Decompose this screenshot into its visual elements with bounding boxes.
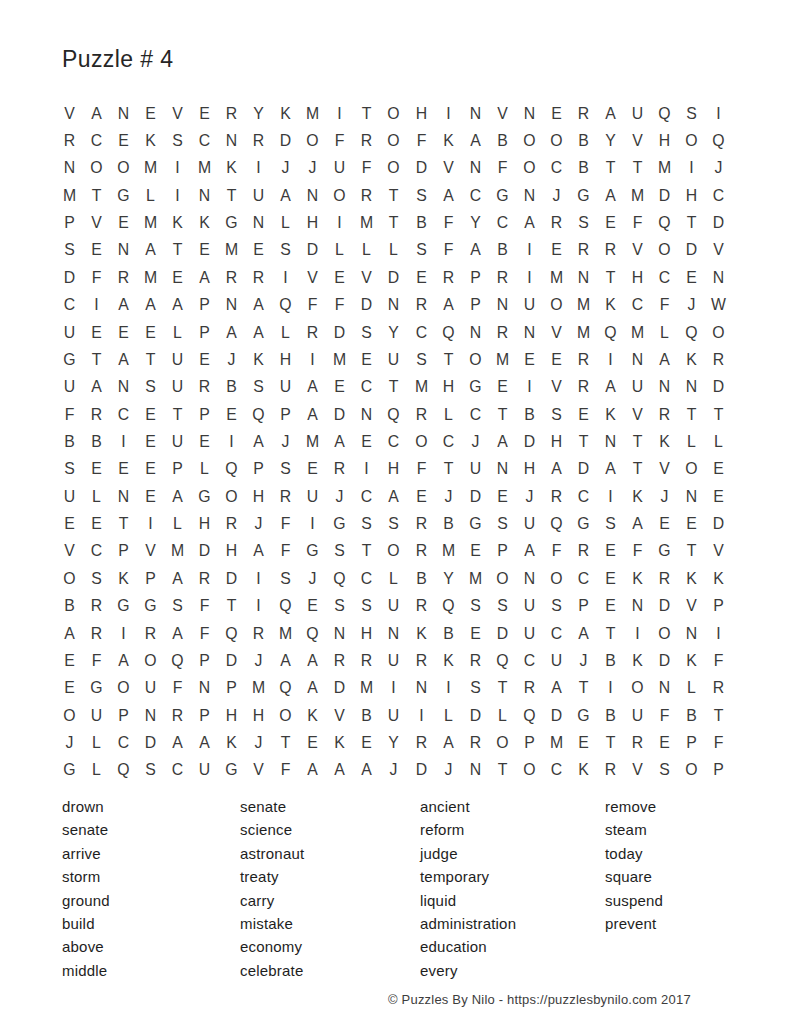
grid-cell-r12c20: E	[571, 401, 596, 428]
grid-cell-r15c20: C	[571, 483, 596, 510]
grid-cell-r20c12: H	[354, 620, 379, 647]
grid-cell-r25c13: J	[381, 757, 406, 784]
grid-cell-r20c6: F	[192, 620, 217, 647]
grid-cell-r17c11: S	[327, 538, 352, 565]
grid-cell-r4c21: A	[598, 182, 623, 209]
grid-cell-r7c1: D	[57, 264, 82, 291]
grid-cell-r24c1: J	[57, 729, 82, 756]
grid-cell-r1c6: E	[192, 100, 217, 127]
grid-cell-r14c5: P	[165, 456, 190, 483]
grid-cell-r1c7: R	[219, 100, 244, 127]
grid-cell-r20c2: R	[84, 620, 109, 647]
grid-cell-r6c1: S	[57, 237, 82, 264]
grid-cell-r24c8: J	[246, 729, 271, 756]
grid-cell-r20c4: R	[138, 620, 163, 647]
grid-cell-r1c17: V	[490, 100, 515, 127]
grid-cell-r6c6: E	[192, 237, 217, 264]
grid-cell-r7c17: R	[490, 264, 515, 291]
word-item: liquid	[420, 889, 605, 912]
grid-cell-r12c14: R	[408, 401, 433, 428]
grid-cell-r22c3: O	[111, 675, 136, 702]
word-list: drownsenatearrivestormgroundbuildabovemi…	[62, 795, 751, 982]
grid-cell-r21c21: B	[598, 647, 623, 674]
grid-cell-r17c23: G	[652, 538, 677, 565]
grid-cell-r4c10: N	[300, 182, 325, 209]
grid-cell-r14c23: V	[652, 456, 677, 483]
grid-cell-r18c24: K	[679, 565, 704, 592]
grid-cell-r15c15: J	[435, 483, 460, 510]
grid-cell-r15c9: R	[273, 483, 298, 510]
grid-cell-r12c15: L	[435, 401, 460, 428]
grid-cell-r2c18: O	[517, 127, 542, 154]
grid-cell-r1c22: U	[625, 100, 650, 127]
grid-cell-r5c11: I	[327, 209, 352, 236]
grid-cell-r9c5: L	[165, 319, 190, 346]
grid-cell-r23c13: U	[381, 702, 406, 729]
grid-cell-r5c2: V	[84, 209, 109, 236]
grid-cell-r2c17: B	[490, 127, 515, 154]
grid-cell-r23c15: L	[435, 702, 460, 729]
grid-cell-r23c21: B	[598, 702, 623, 729]
grid-cell-r12c9: P	[273, 401, 298, 428]
grid-cell-r23c6: P	[192, 702, 217, 729]
grid-cell-r19c14: R	[408, 592, 433, 619]
grid-cell-r18c23: R	[652, 565, 677, 592]
grid-cell-r20c18: U	[517, 620, 542, 647]
grid-cell-r17c8: A	[246, 538, 271, 565]
grid-cell-r9c22: M	[625, 319, 650, 346]
word-item: economy	[240, 935, 420, 958]
grid-cell-r15c5: A	[165, 483, 190, 510]
grid-cell-r24c24: P	[679, 729, 704, 756]
grid-cell-r17c24: T	[679, 538, 704, 565]
grid-cell-r11c4: S	[138, 374, 163, 401]
grid-cell-r22c15: I	[435, 675, 460, 702]
grid-cell-r19c3: G	[111, 592, 136, 619]
grid-cell-r11c15: H	[435, 374, 460, 401]
grid-cell-r17c3: P	[111, 538, 136, 565]
grid-cell-r15c12: C	[354, 483, 379, 510]
grid-cell-r20c14: K	[408, 620, 433, 647]
word-item: build	[62, 912, 240, 935]
grid-cell-r19c18: U	[517, 592, 542, 619]
grid-cell-r13c17: A	[490, 428, 515, 455]
grid-cell-r18c25: K	[706, 565, 731, 592]
grid-cell-r21c23: D	[652, 647, 677, 674]
grid-cell-r17c6: D	[192, 538, 217, 565]
grid-cell-r8c11: F	[327, 292, 352, 319]
grid-cell-r12c3: C	[111, 401, 136, 428]
grid-cell-r22c20: T	[571, 675, 596, 702]
grid-cell-r25c1: G	[57, 757, 82, 784]
grid-cell-r8c18: U	[517, 292, 542, 319]
grid-cell-r18c9: S	[273, 565, 298, 592]
grid-cell-r25c23: S	[652, 757, 677, 784]
grid-cell-r16c23: E	[652, 510, 677, 537]
grid-cell-r5c24: T	[679, 209, 704, 236]
grid-cell-r5c9: L	[273, 209, 298, 236]
grid-cell-r23c14: I	[408, 702, 433, 729]
grid-cell-r4c16: C	[463, 182, 488, 209]
grid-cell-r20c20: A	[571, 620, 596, 647]
grid-cell-r11c6: R	[192, 374, 217, 401]
grid-cell-r12c18: B	[517, 401, 542, 428]
grid-cell-r5c7: G	[219, 209, 244, 236]
grid-cell-r20c8: R	[246, 620, 271, 647]
grid-cell-r23c2: U	[84, 702, 109, 729]
grid-cell-r13c3: I	[111, 428, 136, 455]
grid-cell-r10c6: E	[192, 346, 217, 373]
grid-cell-r6c16: A	[463, 237, 488, 264]
grid-cell-r21c6: P	[192, 647, 217, 674]
grid-cell-r14c2: E	[84, 456, 109, 483]
grid-cell-r18c4: P	[138, 565, 163, 592]
grid-cell-r5c22: F	[625, 209, 650, 236]
grid-cell-r3c2: O	[84, 155, 109, 182]
grid-cell-r19c1: B	[57, 592, 82, 619]
grid-cell-r10c16: O	[463, 346, 488, 373]
grid-cell-r3c7: K	[219, 155, 244, 182]
grid-cell-r1c9: K	[273, 100, 298, 127]
word-item: remove	[605, 795, 663, 818]
grid-cell-r15c14: E	[408, 483, 433, 510]
grid-cell-r4c19: J	[544, 182, 569, 209]
grid-cell-r13c21: N	[598, 428, 623, 455]
grid-cell-r6c13: L	[381, 237, 406, 264]
grid-cell-r23c19: D	[544, 702, 569, 729]
grid-cell-r17c5: M	[165, 538, 190, 565]
grid-cell-r23c5: R	[165, 702, 190, 729]
grid-cell-r6c15: F	[435, 237, 460, 264]
grid-cell-r12c6: P	[192, 401, 217, 428]
grid-cell-r11c22: U	[625, 374, 650, 401]
grid-cell-r22c13: I	[381, 675, 406, 702]
grid-cell-r20c22: I	[625, 620, 650, 647]
grid-cell-r16c25: D	[706, 510, 731, 537]
word-item: mistake	[240, 912, 420, 935]
grid-cell-r24c11: K	[327, 729, 352, 756]
grid-cell-r23c12: B	[354, 702, 379, 729]
grid-cell-r9c2: E	[84, 319, 109, 346]
grid-cell-r18c21: E	[598, 565, 623, 592]
grid-cell-r13c8: A	[246, 428, 271, 455]
grid-cell-r22c16: S	[463, 675, 488, 702]
grid-cell-r15c11: J	[327, 483, 352, 510]
grid-cell-r11c23: N	[652, 374, 677, 401]
grid-cell-r4c8: U	[246, 182, 271, 209]
word-item: temporary	[420, 865, 605, 888]
grid-cell-r8c21: K	[598, 292, 623, 319]
grid-cell-r16c5: L	[165, 510, 190, 537]
word-item: today	[605, 842, 663, 865]
grid-cell-r12c2: R	[84, 401, 109, 428]
grid-cell-r20c13: N	[381, 620, 406, 647]
grid-cell-r11c17: E	[490, 374, 515, 401]
grid-cell-r6c24: D	[679, 237, 704, 264]
grid-cell-r15c18: J	[517, 483, 542, 510]
grid-cell-r24c18: P	[517, 729, 542, 756]
grid-cell-r13c2: B	[84, 428, 109, 455]
grid-cell-r7c8: R	[246, 264, 271, 291]
grid-cell-r7c5: E	[165, 264, 190, 291]
word-item: middle	[62, 959, 240, 982]
grid-cell-r13c13: C	[381, 428, 406, 455]
grid-cell-r3c23: M	[652, 155, 677, 182]
grid-cell-r14c12: I	[354, 456, 379, 483]
grid-cell-r12c7: E	[219, 401, 244, 428]
grid-cell-r11c16: G	[463, 374, 488, 401]
grid-cell-r25c2: L	[84, 757, 109, 784]
grid-cell-r7c7: R	[219, 264, 244, 291]
grid-cell-r22c12: M	[354, 675, 379, 702]
grid-cell-r6c10: D	[300, 237, 325, 264]
grid-cell-r14c10: E	[300, 456, 325, 483]
grid-cell-r21c19: U	[544, 647, 569, 674]
puzzle-title: Puzzle # 4	[62, 46, 173, 73]
grid-cell-r6c4: A	[138, 237, 163, 264]
word-item: every	[420, 959, 605, 982]
grid-cell-r20c10: Q	[300, 620, 325, 647]
grid-cell-r11c14: M	[408, 374, 433, 401]
grid-cell-r1c3: N	[111, 100, 136, 127]
grid-cell-r6c23: O	[652, 237, 677, 264]
grid-cell-r14c17: N	[490, 456, 515, 483]
grid-cell-r14c13: H	[381, 456, 406, 483]
grid-cell-r1c20: R	[571, 100, 596, 127]
grid-cell-r2c15: K	[435, 127, 460, 154]
grid-cell-r5c4: M	[138, 209, 163, 236]
grid-cell-r19c2: R	[84, 592, 109, 619]
grid-cell-r17c15: M	[435, 538, 460, 565]
grid-cell-r9c11: D	[327, 319, 352, 346]
grid-cell-r2c20: B	[571, 127, 596, 154]
grid-cell-r20c25: I	[706, 620, 731, 647]
grid-cell-r16c18: U	[517, 510, 542, 537]
grid-cell-r1c15: I	[435, 100, 460, 127]
grid-cell-r10c2: T	[84, 346, 109, 373]
grid-cell-r18c5: A	[165, 565, 190, 592]
grid-cell-r23c3: P	[111, 702, 136, 729]
grid-cell-r16c7: R	[219, 510, 244, 537]
grid-cell-r5c20: S	[571, 209, 596, 236]
grid-cell-r13c16: J	[463, 428, 488, 455]
grid-cell-r22c24: L	[679, 675, 704, 702]
grid-cell-r19c9: Q	[273, 592, 298, 619]
grid-cell-r24c19: M	[544, 729, 569, 756]
grid-cell-r16c24: E	[679, 510, 704, 537]
grid-cell-r18c16: M	[463, 565, 488, 592]
grid-cell-r10c23: A	[652, 346, 677, 373]
grid-cell-r22c7: P	[219, 675, 244, 702]
grid-cell-r8c24: J	[679, 292, 704, 319]
grid-cell-r12c22: V	[625, 401, 650, 428]
word-item: storm	[62, 865, 240, 888]
grid-cell-r3c4: M	[138, 155, 163, 182]
grid-cell-r19c23: D	[652, 592, 677, 619]
grid-cell-r4c17: G	[490, 182, 515, 209]
grid-cell-r22c14: N	[408, 675, 433, 702]
grid-cell-r22c25: R	[706, 675, 731, 702]
grid-cell-r2c3: E	[111, 127, 136, 154]
grid-cell-r8c25: W	[706, 292, 731, 319]
grid-cell-r22c10: A	[300, 675, 325, 702]
word-item: celebrate	[240, 959, 420, 982]
grid-cell-r3c15: V	[435, 155, 460, 182]
grid-cell-r6c3: N	[111, 237, 136, 264]
grid-cell-r7c13: D	[381, 264, 406, 291]
grid-cell-r25c4: S	[138, 757, 163, 784]
grid-cell-r17c17: P	[490, 538, 515, 565]
word-list-column-3: ancientreformjudgetemporaryliquidadminis…	[420, 795, 605, 982]
grid-cell-r18c15: Y	[435, 565, 460, 592]
grid-cell-r2c4: K	[138, 127, 163, 154]
grid-cell-r18c1: O	[57, 565, 82, 592]
grid-cell-r21c2: F	[84, 647, 109, 674]
grid-cell-r25c25: P	[706, 757, 731, 784]
grid-cell-r3c18: O	[517, 155, 542, 182]
grid-cell-r20c21: T	[598, 620, 623, 647]
grid-cell-r18c13: L	[381, 565, 406, 592]
grid-cell-r10c14: S	[408, 346, 433, 373]
grid-cell-r13c7: I	[219, 428, 244, 455]
grid-cell-r1c16: N	[463, 100, 488, 127]
grid-cell-r7c9: I	[273, 264, 298, 291]
grid-cell-r3c13: O	[381, 155, 406, 182]
grid-cell-r9c3: E	[111, 319, 136, 346]
grid-cell-r14c9: S	[273, 456, 298, 483]
grid-cell-r15c22: K	[625, 483, 650, 510]
grid-cell-r19c25: P	[706, 592, 731, 619]
grid-cell-r24c12: E	[354, 729, 379, 756]
grid-cell-r16c1: E	[57, 510, 82, 537]
grid-cell-r16c17: S	[490, 510, 515, 537]
grid-cell-r22c4: U	[138, 675, 163, 702]
grid-cell-r21c14: R	[408, 647, 433, 674]
grid-cell-r20c1: A	[57, 620, 82, 647]
word-item: administration	[420, 912, 605, 935]
grid-cell-r23c8: H	[246, 702, 271, 729]
word-list-column-4: removesteamtodaysquaresuspendprevent	[605, 795, 663, 982]
grid-cell-r4c1: M	[57, 182, 82, 209]
grid-cell-r10c17: M	[490, 346, 515, 373]
grid-cell-r19c22: N	[625, 592, 650, 619]
grid-cell-r2c11: F	[327, 127, 352, 154]
word-item: judge	[420, 842, 605, 865]
grid-cell-r25c12: A	[354, 757, 379, 784]
grid-cell-r21c17: Q	[490, 647, 515, 674]
grid-cell-r18c14: B	[408, 565, 433, 592]
grid-cell-r7c3: R	[111, 264, 136, 291]
grid-cell-r8c15: A	[435, 292, 460, 319]
grid-cell-r1c5: V	[165, 100, 190, 127]
grid-cell-r10c10: I	[300, 346, 325, 373]
grid-cell-r14c20: D	[571, 456, 596, 483]
grid-cell-r14c16: U	[463, 456, 488, 483]
grid-cell-r24c22: R	[625, 729, 650, 756]
grid-cell-r3c17: F	[490, 155, 515, 182]
grid-cell-r17c20: R	[571, 538, 596, 565]
grid-cell-r3c24: I	[679, 155, 704, 182]
grid-cell-r4c4: L	[138, 182, 163, 209]
grid-cell-r21c12: R	[354, 647, 379, 674]
grid-cell-r11c19: V	[544, 374, 569, 401]
grid-cell-r4c3: G	[111, 182, 136, 209]
grid-cell-r18c6: R	[192, 565, 217, 592]
grid-cell-r9c18: N	[517, 319, 542, 346]
grid-cell-r6c17: B	[490, 237, 515, 264]
grid-cell-r15c10: U	[300, 483, 325, 510]
grid-cell-r25c17: T	[490, 757, 515, 784]
grid-cell-r24c23: E	[652, 729, 677, 756]
grid-cell-r15c1: U	[57, 483, 82, 510]
grid-cell-r22c8: M	[246, 675, 271, 702]
grid-cell-r24c20: E	[571, 729, 596, 756]
grid-cell-r23c25: T	[706, 702, 731, 729]
grid-cell-r20c5: A	[165, 620, 190, 647]
grid-cell-r17c9: F	[273, 538, 298, 565]
grid-cell-r5c14: B	[408, 209, 433, 236]
word-search-grid: VANEVERYKMITOHINVNERAUQSIRCEKSCNRDOFROFK…	[56, 100, 732, 784]
grid-cell-r5c23: Q	[652, 209, 677, 236]
grid-cell-r25c9: F	[273, 757, 298, 784]
grid-cell-r20c11: N	[327, 620, 352, 647]
grid-cell-r7c24: E	[679, 264, 704, 291]
grid-cell-r11c5: U	[165, 374, 190, 401]
grid-cell-r5c1: P	[57, 209, 82, 236]
grid-cell-r9c16: N	[463, 319, 488, 346]
grid-cell-r13c6: E	[192, 428, 217, 455]
grid-cell-r7c10: V	[300, 264, 325, 291]
grid-cell-r1c14: H	[408, 100, 433, 127]
grid-cell-r18c18: N	[517, 565, 542, 592]
grid-cell-r5c25: D	[706, 209, 731, 236]
grid-cell-r6c19: E	[544, 237, 569, 264]
grid-cell-r8c7: N	[219, 292, 244, 319]
grid-cell-r25c5: C	[165, 757, 190, 784]
grid-cell-r12c13: Q	[381, 401, 406, 428]
grid-cell-r12c21: K	[598, 401, 623, 428]
grid-cell-r18c20: C	[571, 565, 596, 592]
grid-cell-r7c21: T	[598, 264, 623, 291]
grid-cell-r10c22: N	[625, 346, 650, 373]
grid-cell-r24c6: A	[192, 729, 217, 756]
grid-cell-r18c3: K	[111, 565, 136, 592]
grid-cell-r5c13: T	[381, 209, 406, 236]
grid-cell-r10c25: R	[706, 346, 731, 373]
grid-cell-r20c16: E	[463, 620, 488, 647]
grid-cell-r21c7: D	[219, 647, 244, 674]
grid-cell-r8c8: A	[246, 292, 271, 319]
grid-cell-r6c2: E	[84, 237, 109, 264]
grid-cell-r7c11: E	[327, 264, 352, 291]
word-item: astronaut	[240, 842, 420, 865]
grid-cell-r4c22: M	[625, 182, 650, 209]
grid-cell-r12c17: T	[490, 401, 515, 428]
grid-cell-r11c21: A	[598, 374, 623, 401]
grid-cell-r19c11: S	[327, 592, 352, 619]
grid-cell-r20c23: O	[652, 620, 677, 647]
grid-cell-r21c5: Q	[165, 647, 190, 674]
grid-cell-r6c5: T	[165, 237, 190, 264]
grid-cell-r2c19: O	[544, 127, 569, 154]
grid-cell-r25c21: R	[598, 757, 623, 784]
grid-cell-r24c14: R	[408, 729, 433, 756]
grid-cell-r6c21: R	[598, 237, 623, 264]
grid-cell-r12c12: N	[354, 401, 379, 428]
grid-cell-r13c18: D	[517, 428, 542, 455]
grid-cell-r5c15: F	[435, 209, 460, 236]
grid-cell-r25c19: C	[544, 757, 569, 784]
